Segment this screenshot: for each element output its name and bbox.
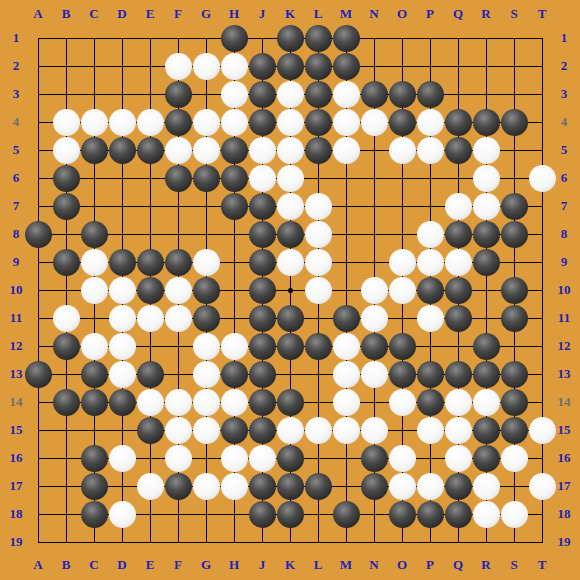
white-stone-D4 [109, 109, 136, 136]
black-stone-R9 [473, 249, 500, 276]
black-stone-J17 [249, 473, 276, 500]
coordinate-label: 10 [2, 282, 30, 298]
white-stone-M13 [333, 361, 360, 388]
white-stone-H16 [221, 445, 248, 472]
white-stone-O9 [389, 249, 416, 276]
black-stone-Q13 [445, 361, 472, 388]
white-stone-F14 [165, 389, 192, 416]
coordinate-label: 6 [550, 170, 578, 186]
white-stone-D12 [109, 333, 136, 360]
white-stone-B5 [53, 137, 80, 164]
black-stone-J8 [249, 221, 276, 248]
white-stone-Q15 [445, 417, 472, 444]
coordinate-label: D [108, 6, 136, 22]
white-stone-G15 [193, 417, 220, 444]
coordinate-label: M [332, 557, 360, 573]
black-stone-C17 [81, 473, 108, 500]
white-stone-G13 [193, 361, 220, 388]
black-stone-R13 [473, 361, 500, 388]
coordinate-label: A [24, 557, 52, 573]
black-stone-S14 [501, 389, 528, 416]
black-stone-Q8 [445, 221, 472, 248]
go-board[interactable]: ABCDEFGHJKLMNOPQRST ABCDEFGHJKLMNOPQRST … [0, 0, 580, 580]
white-stone-H4 [221, 109, 248, 136]
black-stone-D9 [109, 249, 136, 276]
coordinate-label: K [276, 6, 304, 22]
white-stone-D13 [109, 361, 136, 388]
black-stone-Q17 [445, 473, 472, 500]
black-stone-Q10 [445, 277, 472, 304]
black-stone-H15 [221, 417, 248, 444]
coordinate-label: 7 [2, 198, 30, 214]
white-stone-J16 [249, 445, 276, 472]
black-stone-L17 [305, 473, 332, 500]
black-stone-J11 [249, 305, 276, 332]
black-stone-K8 [277, 221, 304, 248]
white-stone-L10 [305, 277, 332, 304]
white-stone-F10 [165, 277, 192, 304]
black-stone-L12 [305, 333, 332, 360]
coordinate-label: O [388, 6, 416, 22]
black-stone-S8 [501, 221, 528, 248]
coordinate-label: 16 [550, 450, 578, 466]
white-stone-P17 [417, 473, 444, 500]
coordinate-label: T [528, 557, 556, 573]
coordinate-label: R [472, 557, 500, 573]
white-stone-N10 [361, 277, 388, 304]
black-stone-R16 [473, 445, 500, 472]
white-stone-E14 [137, 389, 164, 416]
white-stone-Q9 [445, 249, 472, 276]
coordinate-label: N [360, 6, 388, 22]
coordinate-label: O [388, 557, 416, 573]
coordinate-label: C [80, 557, 108, 573]
white-stone-D16 [109, 445, 136, 472]
coordinate-label: R [472, 6, 500, 22]
black-stone-S10 [501, 277, 528, 304]
black-stone-C14 [81, 389, 108, 416]
black-stone-G6 [193, 165, 220, 192]
white-stone-Q16 [445, 445, 472, 472]
white-stone-F16 [165, 445, 192, 472]
coordinate-label: A [24, 6, 52, 22]
black-stone-N3 [361, 81, 388, 108]
black-stone-H7 [221, 193, 248, 220]
coordinate-label: B [52, 6, 80, 22]
black-stone-D14 [109, 389, 136, 416]
coordinate-label: 3 [550, 86, 578, 102]
coordinate-label: 11 [2, 310, 30, 326]
black-stone-P3 [417, 81, 444, 108]
white-stone-D11 [109, 305, 136, 332]
coordinate-label: 2 [2, 58, 30, 74]
white-stone-L9 [305, 249, 332, 276]
black-stone-P10 [417, 277, 444, 304]
coordinate-label: 13 [2, 366, 30, 382]
white-stone-H2 [221, 53, 248, 80]
white-stone-J5 [249, 137, 276, 164]
white-stone-F5 [165, 137, 192, 164]
white-stone-M4 [333, 109, 360, 136]
white-stone-G9 [193, 249, 220, 276]
white-stone-N15 [361, 417, 388, 444]
coordinate-label: E [136, 557, 164, 573]
coordinate-label: 5 [2, 142, 30, 158]
coordinate-label: P [416, 6, 444, 22]
coordinate-label: F [164, 557, 192, 573]
white-stone-K9 [277, 249, 304, 276]
white-stone-M3 [333, 81, 360, 108]
black-stone-Q5 [445, 137, 472, 164]
black-stone-Q18 [445, 501, 472, 528]
white-stone-K7 [277, 193, 304, 220]
board-grid[interactable] [38, 38, 543, 543]
coordinate-label: 15 [2, 422, 30, 438]
black-stone-D5 [109, 137, 136, 164]
white-stone-O10 [389, 277, 416, 304]
black-stone-H1 [221, 25, 248, 52]
white-stone-F15 [165, 417, 192, 444]
black-stone-F4 [165, 109, 192, 136]
black-stone-B14 [53, 389, 80, 416]
black-stone-L4 [305, 109, 332, 136]
coordinate-label: D [108, 557, 136, 573]
white-stone-E4 [137, 109, 164, 136]
black-stone-B7 [53, 193, 80, 220]
black-stone-R8 [473, 221, 500, 248]
black-stone-R12 [473, 333, 500, 360]
coordinate-label: 17 [2, 478, 30, 494]
coordinate-label: M [332, 6, 360, 22]
white-stone-P11 [417, 305, 444, 332]
white-stone-B4 [53, 109, 80, 136]
coordinate-label: 15 [550, 422, 578, 438]
black-stone-K12 [277, 333, 304, 360]
black-stone-C13 [81, 361, 108, 388]
black-stone-J14 [249, 389, 276, 416]
white-stone-K15 [277, 417, 304, 444]
black-stone-S11 [501, 305, 528, 332]
black-stone-E5 [137, 137, 164, 164]
black-stone-R15 [473, 417, 500, 444]
black-stone-P13 [417, 361, 444, 388]
white-stone-P5 [417, 137, 444, 164]
coordinate-label: 9 [2, 254, 30, 270]
white-stone-B11 [53, 305, 80, 332]
white-stone-E17 [137, 473, 164, 500]
black-stone-K16 [277, 445, 304, 472]
white-stone-O17 [389, 473, 416, 500]
black-stone-P18 [417, 501, 444, 528]
coordinate-label: F [164, 6, 192, 22]
white-stone-P15 [417, 417, 444, 444]
coordinate-label: G [192, 6, 220, 22]
white-stone-H14 [221, 389, 248, 416]
coordinate-label: H [220, 6, 248, 22]
white-stone-L15 [305, 417, 332, 444]
black-stone-M18 [333, 501, 360, 528]
white-stone-M15 [333, 417, 360, 444]
coordinate-label: P [416, 557, 444, 573]
coordinate-label: 1 [550, 30, 578, 46]
white-stone-O16 [389, 445, 416, 472]
white-stone-P8 [417, 221, 444, 248]
black-stone-O4 [389, 109, 416, 136]
white-stone-H12 [221, 333, 248, 360]
black-stone-B12 [53, 333, 80, 360]
black-stone-F9 [165, 249, 192, 276]
black-stone-C16 [81, 445, 108, 472]
coordinate-label: 8 [2, 226, 30, 242]
black-stone-J7 [249, 193, 276, 220]
white-stone-G4 [193, 109, 220, 136]
black-stone-G10 [193, 277, 220, 304]
white-stone-F11 [165, 305, 192, 332]
coordinate-label: C [80, 6, 108, 22]
coordinate-label: 7 [550, 198, 578, 214]
black-stone-P14 [417, 389, 444, 416]
black-stone-L3 [305, 81, 332, 108]
coordinate-label: J [248, 557, 276, 573]
white-stone-Q7 [445, 193, 472, 220]
black-stone-O18 [389, 501, 416, 528]
coordinate-label: 16 [2, 450, 30, 466]
white-stone-M5 [333, 137, 360, 164]
coordinate-label: H [220, 557, 248, 573]
coordinate-label: 14 [550, 394, 578, 410]
black-stone-J9 [249, 249, 276, 276]
black-stone-O13 [389, 361, 416, 388]
white-stone-S16 [501, 445, 528, 472]
black-stone-N16 [361, 445, 388, 472]
black-stone-S7 [501, 193, 528, 220]
black-stone-K14 [277, 389, 304, 416]
white-stone-D10 [109, 277, 136, 304]
white-stone-J6 [249, 165, 276, 192]
coordinate-label: L [304, 557, 332, 573]
coordinate-label: 3 [2, 86, 30, 102]
black-stone-C5 [81, 137, 108, 164]
black-stone-L5 [305, 137, 332, 164]
white-stone-K3 [277, 81, 304, 108]
black-stone-N12 [361, 333, 388, 360]
black-stone-H13 [221, 361, 248, 388]
white-stone-F2 [165, 53, 192, 80]
coordinate-label: 19 [2, 534, 30, 550]
white-stone-R5 [473, 137, 500, 164]
black-stone-E9 [137, 249, 164, 276]
white-stone-N11 [361, 305, 388, 332]
black-stone-S15 [501, 417, 528, 444]
black-stone-R4 [473, 109, 500, 136]
coordinate-label: 12 [550, 338, 578, 354]
white-stone-R18 [473, 501, 500, 528]
white-stone-N4 [361, 109, 388, 136]
black-stone-M2 [333, 53, 360, 80]
white-stone-R17 [473, 473, 500, 500]
white-stone-O14 [389, 389, 416, 416]
white-stone-C12 [81, 333, 108, 360]
star-point [288, 288, 293, 293]
white-stone-H3 [221, 81, 248, 108]
black-stone-J15 [249, 417, 276, 444]
black-stone-E10 [137, 277, 164, 304]
white-stone-G2 [193, 53, 220, 80]
black-stone-F17 [165, 473, 192, 500]
black-stone-J3 [249, 81, 276, 108]
coordinate-label: 13 [550, 366, 578, 382]
coordinate-label: 11 [550, 310, 578, 326]
coordinate-label: 6 [2, 170, 30, 186]
white-stone-C9 [81, 249, 108, 276]
coordinate-label: S [500, 6, 528, 22]
black-stone-L2 [305, 53, 332, 80]
white-stone-D18 [109, 501, 136, 528]
black-stone-G11 [193, 305, 220, 332]
white-stone-N13 [361, 361, 388, 388]
coordinate-label: B [52, 557, 80, 573]
white-stone-G12 [193, 333, 220, 360]
black-stone-F6 [165, 165, 192, 192]
black-stone-C18 [81, 501, 108, 528]
coordinate-label: J [248, 6, 276, 22]
coordinate-label: 4 [2, 114, 30, 130]
coordinate-label: 8 [550, 226, 578, 242]
coordinate-label: 1 [2, 30, 30, 46]
white-stone-P9 [417, 249, 444, 276]
coordinate-label: Q [444, 557, 472, 573]
white-stone-L8 [305, 221, 332, 248]
white-stone-C10 [81, 277, 108, 304]
black-stone-S4 [501, 109, 528, 136]
white-stone-R14 [473, 389, 500, 416]
black-stone-K11 [277, 305, 304, 332]
black-stone-K17 [277, 473, 304, 500]
black-stone-K18 [277, 501, 304, 528]
black-stone-L1 [305, 25, 332, 52]
coordinate-label: T [528, 6, 556, 22]
white-stone-S18 [501, 501, 528, 528]
coordinate-label: K [276, 557, 304, 573]
white-stone-G14 [193, 389, 220, 416]
black-stone-H5 [221, 137, 248, 164]
black-stone-O12 [389, 333, 416, 360]
black-stone-O3 [389, 81, 416, 108]
white-stone-E11 [137, 305, 164, 332]
black-stone-Q11 [445, 305, 472, 332]
coordinate-label: 17 [550, 478, 578, 494]
black-stone-N17 [361, 473, 388, 500]
black-stone-J10 [249, 277, 276, 304]
black-stone-J13 [249, 361, 276, 388]
black-stone-H6 [221, 165, 248, 192]
coordinate-label: L [304, 6, 332, 22]
white-stone-K5 [277, 137, 304, 164]
white-stone-P4 [417, 109, 444, 136]
black-stone-E15 [137, 417, 164, 444]
coordinate-label: E [136, 6, 164, 22]
black-stone-F3 [165, 81, 192, 108]
black-stone-K1 [277, 25, 304, 52]
white-stone-H17 [221, 473, 248, 500]
white-stone-M14 [333, 389, 360, 416]
coordinate-label: 19 [550, 534, 578, 550]
coordinate-label: 4 [550, 114, 578, 130]
coordinate-label: N [360, 557, 388, 573]
coordinate-label: 5 [550, 142, 578, 158]
coordinate-label: 18 [550, 506, 578, 522]
white-stone-C4 [81, 109, 108, 136]
black-stone-M11 [333, 305, 360, 332]
black-stone-J4 [249, 109, 276, 136]
coordinate-label: 14 [2, 394, 30, 410]
white-stone-O5 [389, 137, 416, 164]
white-stone-R6 [473, 165, 500, 192]
coordinate-label: Q [444, 6, 472, 22]
white-stone-Q14 [445, 389, 472, 416]
white-stone-L7 [305, 193, 332, 220]
coordinate-label: 18 [2, 506, 30, 522]
white-stone-R7 [473, 193, 500, 220]
black-stone-M1 [333, 25, 360, 52]
coordinate-label: 12 [2, 338, 30, 354]
black-stone-K2 [277, 53, 304, 80]
coordinate-label: S [500, 557, 528, 573]
black-stone-B9 [53, 249, 80, 276]
coordinate-label: 10 [550, 282, 578, 298]
black-stone-J12 [249, 333, 276, 360]
coordinate-label: 9 [550, 254, 578, 270]
black-stone-C8 [81, 221, 108, 248]
black-stone-Q4 [445, 109, 472, 136]
black-stone-J2 [249, 53, 276, 80]
white-stone-G17 [193, 473, 220, 500]
white-stone-M12 [333, 333, 360, 360]
black-stone-J18 [249, 501, 276, 528]
coordinate-label: 2 [550, 58, 578, 74]
white-stone-K4 [277, 109, 304, 136]
white-stone-G5 [193, 137, 220, 164]
black-stone-E13 [137, 361, 164, 388]
black-stone-B6 [53, 165, 80, 192]
white-stone-K6 [277, 165, 304, 192]
black-stone-S13 [501, 361, 528, 388]
coordinate-label: G [192, 557, 220, 573]
